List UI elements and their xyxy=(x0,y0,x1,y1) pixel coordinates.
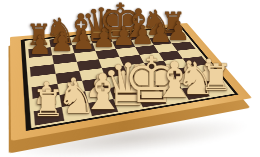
chess-set-photo: ♜♞♝♛♚♝♞♜♟♟♟♟♟♟♟♟♟♟♟♟♟♟♟♟♜♞♝♛♚♝♞♜ xyxy=(0,0,260,157)
